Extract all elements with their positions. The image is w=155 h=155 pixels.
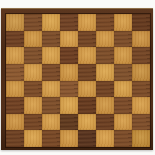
square-c4[interactable] <box>42 81 60 98</box>
square-d8[interactable] <box>60 14 78 31</box>
square-f8[interactable] <box>96 14 114 31</box>
square-c7[interactable] <box>42 31 60 48</box>
chessboard-frame <box>1 8 153 150</box>
square-d3[interactable] <box>60 97 78 114</box>
square-b7[interactable] <box>24 31 42 48</box>
square-g5[interactable] <box>114 64 132 81</box>
square-f3[interactable] <box>96 97 114 114</box>
square-h6[interactable] <box>132 47 150 64</box>
square-b6[interactable] <box>24 47 42 64</box>
square-e5[interactable] <box>78 64 96 81</box>
square-d4[interactable] <box>60 81 78 98</box>
square-c2[interactable] <box>42 114 60 131</box>
square-g4[interactable] <box>114 81 132 98</box>
square-a7[interactable] <box>6 31 24 48</box>
square-f6[interactable] <box>96 47 114 64</box>
square-d7[interactable] <box>60 31 78 48</box>
square-a5[interactable] <box>6 64 24 81</box>
square-e7[interactable] <box>78 31 96 48</box>
square-c1[interactable] <box>42 130 60 147</box>
square-e1[interactable] <box>78 130 96 147</box>
square-g3[interactable] <box>114 97 132 114</box>
square-f4[interactable] <box>96 81 114 98</box>
square-b3[interactable] <box>24 97 42 114</box>
square-a2[interactable] <box>6 114 24 131</box>
square-d5[interactable] <box>60 64 78 81</box>
square-h2[interactable] <box>132 114 150 131</box>
square-a3[interactable] <box>6 97 24 114</box>
square-e3[interactable] <box>78 97 96 114</box>
square-h7[interactable] <box>132 31 150 48</box>
square-f2[interactable] <box>96 114 114 131</box>
square-a1[interactable] <box>6 130 24 147</box>
square-a8[interactable] <box>6 14 24 31</box>
square-d6[interactable] <box>60 47 78 64</box>
square-f1[interactable] <box>96 130 114 147</box>
square-f7[interactable] <box>96 31 114 48</box>
square-b1[interactable] <box>24 130 42 147</box>
square-e2[interactable] <box>78 114 96 131</box>
square-f5[interactable] <box>96 64 114 81</box>
square-c5[interactable] <box>42 64 60 81</box>
square-e4[interactable] <box>78 81 96 98</box>
square-h1[interactable] <box>132 130 150 147</box>
square-g6[interactable] <box>114 47 132 64</box>
square-g2[interactable] <box>114 114 132 131</box>
square-d2[interactable] <box>60 114 78 131</box>
square-a4[interactable] <box>6 81 24 98</box>
square-c8[interactable] <box>42 14 60 31</box>
square-e8[interactable] <box>78 14 96 31</box>
square-h4[interactable] <box>132 81 150 98</box>
square-g8[interactable] <box>114 14 132 31</box>
square-g1[interactable] <box>114 130 132 147</box>
square-d1[interactable] <box>60 130 78 147</box>
square-b2[interactable] <box>24 114 42 131</box>
square-b5[interactable] <box>24 64 42 81</box>
square-h8[interactable] <box>132 14 150 31</box>
photo-background <box>0 0 155 155</box>
square-e6[interactable] <box>78 47 96 64</box>
square-c3[interactable] <box>42 97 60 114</box>
square-a6[interactable] <box>6 47 24 64</box>
square-b4[interactable] <box>24 81 42 98</box>
square-h3[interactable] <box>132 97 150 114</box>
square-g7[interactable] <box>114 31 132 48</box>
square-b8[interactable] <box>24 14 42 31</box>
square-h5[interactable] <box>132 64 150 81</box>
chessboard <box>6 14 150 147</box>
square-c6[interactable] <box>42 47 60 64</box>
